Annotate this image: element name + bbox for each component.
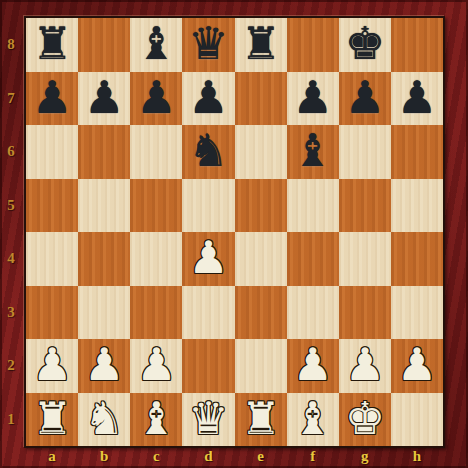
white-pawn-g2[interactable]: ♟	[345, 342, 385, 387]
square-a5[interactable]	[26, 179, 78, 233]
rank-label-2: 2	[0, 339, 22, 393]
square-h1[interactable]	[391, 393, 443, 447]
square-c8[interactable]: ♝	[130, 18, 182, 72]
square-f5[interactable]	[287, 179, 339, 233]
square-e2[interactable]	[235, 339, 287, 393]
chessboard: ♜♝♛♜♚♟♟♟♟♟♟♟♞♝♟♟♟♟♟♟♟♜♞♝♛♜♝♚	[24, 16, 445, 448]
square-c7[interactable]: ♟	[130, 72, 182, 126]
black-pawn-b7[interactable]: ♟	[84, 75, 124, 120]
white-pawn-f2[interactable]: ♟	[293, 342, 333, 387]
file-label-c: c	[130, 447, 182, 468]
white-pawn-c2[interactable]: ♟	[136, 342, 176, 387]
square-h3[interactable]	[391, 286, 443, 340]
square-b1[interactable]: ♞	[78, 393, 130, 447]
rank-label-8: 8	[0, 18, 22, 72]
square-b2[interactable]: ♟	[78, 339, 130, 393]
square-g7[interactable]: ♟	[339, 72, 391, 126]
file-label-h: h	[391, 447, 443, 468]
square-f6[interactable]: ♝	[287, 125, 339, 179]
square-d2[interactable]	[182, 339, 234, 393]
square-g1[interactable]: ♚	[339, 393, 391, 447]
square-a4[interactable]	[26, 232, 78, 286]
square-h7[interactable]: ♟	[391, 72, 443, 126]
square-c5[interactable]	[130, 179, 182, 233]
black-queen-d8[interactable]: ♛	[188, 21, 228, 66]
black-pawn-d7[interactable]: ♟	[188, 75, 228, 120]
white-pawn-d4[interactable]: ♟	[188, 235, 228, 280]
file-label-g: g	[339, 447, 391, 468]
square-f2[interactable]: ♟	[287, 339, 339, 393]
square-h5[interactable]	[391, 179, 443, 233]
square-d1[interactable]: ♛	[182, 393, 234, 447]
square-c3[interactable]	[130, 286, 182, 340]
white-rook-e1[interactable]: ♜	[240, 396, 280, 441]
black-rook-a8[interactable]: ♜	[32, 21, 72, 66]
square-a1[interactable]: ♜	[26, 393, 78, 447]
black-rook-e8[interactable]: ♜	[240, 21, 280, 66]
black-king-g8[interactable]: ♚	[345, 21, 385, 66]
square-e3[interactable]	[235, 286, 287, 340]
square-b3[interactable]	[78, 286, 130, 340]
square-e4[interactable]	[235, 232, 287, 286]
black-pawn-c7[interactable]: ♟	[136, 75, 176, 120]
black-bishop-f6[interactable]: ♝	[293, 128, 333, 173]
white-knight-b1[interactable]: ♞	[84, 396, 124, 441]
file-label-d: d	[182, 447, 234, 468]
square-h6[interactable]	[391, 125, 443, 179]
square-g8[interactable]: ♚	[339, 18, 391, 72]
square-h8[interactable]	[391, 18, 443, 72]
rank-label-4: 4	[0, 232, 22, 286]
square-b7[interactable]: ♟	[78, 72, 130, 126]
file-label-a: a	[26, 447, 78, 468]
square-e5[interactable]	[235, 179, 287, 233]
white-bishop-f1[interactable]: ♝	[293, 396, 333, 441]
board-frame: ♜♝♛♜♚♟♟♟♟♟♟♟♞♝♟♟♟♟♟♟♟♜♞♝♛♜♝♚ 87654321 ab…	[0, 0, 468, 468]
square-h4[interactable]	[391, 232, 443, 286]
black-pawn-g7[interactable]: ♟	[345, 75, 385, 120]
square-f7[interactable]: ♟	[287, 72, 339, 126]
file-label-f: f	[287, 447, 339, 468]
white-queen-d1[interactable]: ♛	[188, 396, 228, 441]
square-c4[interactable]	[130, 232, 182, 286]
square-c1[interactable]: ♝	[130, 393, 182, 447]
square-d5[interactable]	[182, 179, 234, 233]
rank-label-6: 6	[0, 125, 22, 179]
square-b6[interactable]	[78, 125, 130, 179]
square-e1[interactable]: ♜	[235, 393, 287, 447]
file-label-b: b	[78, 447, 130, 468]
square-g2[interactable]: ♟	[339, 339, 391, 393]
white-pawn-h2[interactable]: ♟	[397, 342, 437, 387]
white-pawn-b2[interactable]: ♟	[84, 342, 124, 387]
rank-label-3: 3	[0, 286, 22, 340]
square-a7[interactable]: ♟	[26, 72, 78, 126]
square-d8[interactable]: ♛	[182, 18, 234, 72]
square-a8[interactable]: ♜	[26, 18, 78, 72]
square-d3[interactable]	[182, 286, 234, 340]
square-a2[interactable]: ♟	[26, 339, 78, 393]
square-h2[interactable]: ♟	[391, 339, 443, 393]
square-d4[interactable]: ♟	[182, 232, 234, 286]
square-d7[interactable]: ♟	[182, 72, 234, 126]
square-b8[interactable]	[78, 18, 130, 72]
white-king-g1[interactable]: ♚	[345, 396, 385, 441]
square-c6[interactable]	[130, 125, 182, 179]
rank-label-5: 5	[0, 179, 22, 233]
square-e6[interactable]	[235, 125, 287, 179]
square-f1[interactable]: ♝	[287, 393, 339, 447]
black-knight-d6[interactable]: ♞	[188, 128, 228, 173]
square-a3[interactable]	[26, 286, 78, 340]
square-d6[interactable]: ♞	[182, 125, 234, 179]
square-c2[interactable]: ♟	[130, 339, 182, 393]
black-bishop-c8[interactable]: ♝	[136, 21, 176, 66]
square-f3[interactable]	[287, 286, 339, 340]
rank-label-1: 1	[0, 393, 22, 447]
black-pawn-a7[interactable]: ♟	[32, 75, 72, 120]
file-label-e: e	[235, 447, 287, 468]
white-pawn-a2[interactable]: ♟	[32, 342, 72, 387]
square-b4[interactable]	[78, 232, 130, 286]
square-g3[interactable]	[339, 286, 391, 340]
square-e8[interactable]: ♜	[235, 18, 287, 72]
square-g6[interactable]	[339, 125, 391, 179]
square-f8[interactable]	[287, 18, 339, 72]
square-g4[interactable]	[339, 232, 391, 286]
square-e7[interactable]	[235, 72, 287, 126]
white-rook-a1[interactable]: ♜	[32, 396, 72, 441]
black-pawn-f7[interactable]: ♟	[293, 75, 333, 120]
black-pawn-h7[interactable]: ♟	[397, 75, 437, 120]
square-f4[interactable]	[287, 232, 339, 286]
square-a6[interactable]	[26, 125, 78, 179]
white-bishop-c1[interactable]: ♝	[136, 396, 176, 441]
square-b5[interactable]	[78, 179, 130, 233]
square-g5[interactable]	[339, 179, 391, 233]
rank-label-7: 7	[0, 72, 22, 126]
